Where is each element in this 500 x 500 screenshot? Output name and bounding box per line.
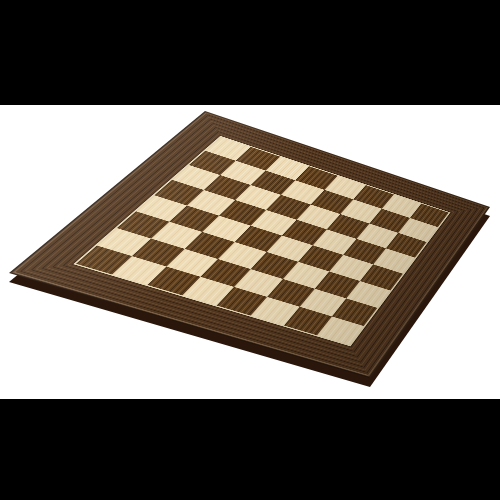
- letterbox-bottom-bar: [0, 399, 500, 500]
- product-photo-stage: [0, 0, 500, 500]
- chessboard: [9, 111, 490, 378]
- letterbox-top-bar: [0, 0, 500, 105]
